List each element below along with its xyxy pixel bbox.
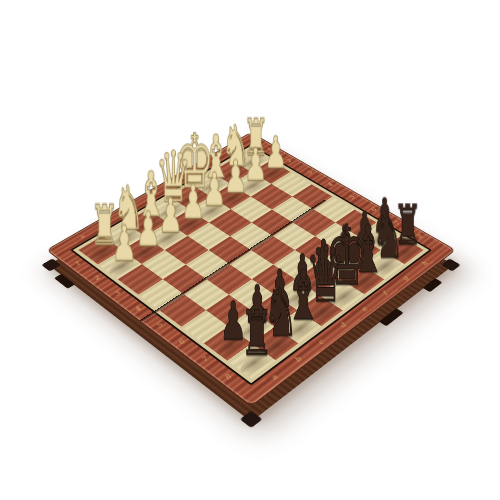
corner-foot [41, 258, 61, 271]
pinstripe-border: ♜♞♝♛♚♝♞♜♟♟♟♟♟♟♟♟♟♟♟♟♟♟♟♟♜♞♝♛♚♝♞♜ [70, 144, 432, 385]
square-g4 [272, 197, 313, 223]
white-pawn-a2: ♟ [97, 219, 152, 268]
corner-foot [441, 258, 461, 271]
corner-foot [240, 411, 263, 429]
black-rook-a8: ♜ [226, 302, 287, 364]
inner-margin: ♜♞♝♛♚♝♞♜♟♟♟♟♟♟♟♟♟♟♟♟♟♟♟♟♜♞♝♛♚♝♞♜ [73, 146, 429, 383]
square-a8: ♜ [227, 343, 275, 378]
square-a2: ♟ [98, 250, 142, 279]
board-frame: abcdefgh abcdefgh 12345678 12345678 ♜♞♝♛… [46, 132, 456, 406]
playing-area: ♜♞♝♛♚♝♞♜♟♟♟♟♟♟♟♟♟♟♟♟♟♟♟♟♜♞♝♛♚♝♞♜ [78, 149, 423, 379]
hinge-tab [54, 274, 75, 289]
chess-board: abcdefgh abcdefgh 12345678 12345678 ♜♞♝♛… [46, 132, 456, 406]
clasp-tab [379, 308, 404, 326]
clasp-tab [422, 278, 442, 292]
product-photo-chess-set: abcdefgh abcdefgh 12345678 12345678 ♜♞♝♛… [0, 0, 500, 500]
